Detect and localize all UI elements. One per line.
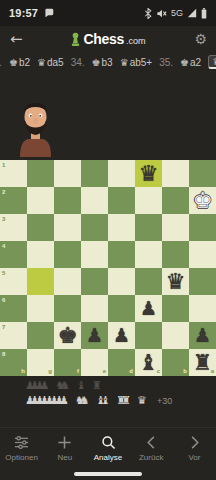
- black-pawn[interactable]: ♟: [135, 295, 162, 322]
- move[interactable]: ♚b2: [9, 57, 30, 68]
- rank-label: 4: [2, 243, 5, 249]
- square-f2[interactable]: [54, 187, 81, 214]
- chess-app: 19:57 5G ←: [0, 0, 216, 480]
- square-a7[interactable]: ♟: [189, 322, 216, 349]
- nav-item-vor[interactable]: Vor: [173, 428, 216, 468]
- captured-queen-stack: ♛: [137, 394, 147, 407]
- square-h2[interactable]: 2: [0, 187, 27, 214]
- square-e5[interactable]: [81, 268, 108, 295]
- square-a3[interactable]: [189, 214, 216, 241]
- square-c8[interactable]: ♝c: [135, 349, 162, 376]
- gear-icon[interactable]: ⚙: [194, 26, 207, 52]
- magnifier-icon: [101, 435, 116, 450]
- square-b3[interactable]: [162, 214, 189, 241]
- nav-item-neu[interactable]: Neu: [43, 428, 86, 468]
- square-a6[interactable]: [189, 295, 216, 322]
- square-c6[interactable]: ♟: [135, 295, 162, 322]
- captured-bishop-stack: ♝♝: [96, 394, 111, 407]
- square-g2[interactable]: [27, 187, 54, 214]
- captured-trays: ♟♟♟♟♞♞♝♜ ♟♟♟♟♟♟♟♟♞♞♝♝♜♜♛+30: [25, 379, 172, 407]
- square-c7[interactable]: [135, 322, 162, 349]
- nav-item-analyse[interactable]: Analyse: [86, 428, 129, 468]
- square-c1[interactable]: ♛: [135, 160, 162, 187]
- nav-item-optionen[interactable]: Optionen: [0, 428, 43, 468]
- rank-label: 8: [2, 351, 5, 357]
- square-e8[interactable]: e: [81, 349, 108, 376]
- square-b8[interactable]: b: [162, 349, 189, 376]
- bottom-nav: Optionen Neu Analyse Zurück Vor: [0, 427, 216, 468]
- rank-label: 5: [2, 270, 5, 276]
- mute-icon: [156, 8, 167, 19]
- rank-label: 2: [2, 189, 5, 195]
- logo-text-chess: Chess: [83, 31, 124, 47]
- square-d6[interactable]: [108, 295, 135, 322]
- square-d5[interactable]: [108, 268, 135, 295]
- file-label: b: [183, 368, 187, 374]
- square-h7[interactable]: 7: [0, 322, 27, 349]
- move[interactable]: ♚a2: [180, 57, 201, 68]
- file-label: a: [211, 368, 214, 374]
- white-king[interactable]: ♚: [189, 187, 216, 214]
- queen-icon: ♛: [37, 57, 46, 68]
- rank-label: 1: [2, 162, 5, 168]
- captured-by-black: ♟♟♟♟♟♟♟♟♞♞♝♝♜♜♛+30: [25, 394, 172, 407]
- clock-time: 19:57: [9, 7, 38, 19]
- square-b6[interactable]: [162, 295, 189, 322]
- bluetooth-icon: [144, 8, 152, 19]
- king-icon: ♚: [180, 57, 189, 68]
- nav-label: Vor: [188, 453, 200, 462]
- chevron-right-icon: [187, 435, 202, 450]
- black-queen[interactable]: ♛: [135, 160, 162, 187]
- square-e7[interactable]: ♟: [81, 322, 108, 349]
- king-icon: ♚: [9, 57, 18, 68]
- square-e4[interactable]: [81, 241, 108, 268]
- square-h8[interactable]: 8h: [0, 349, 27, 376]
- nav-label: Zurück: [139, 453, 163, 462]
- black-queen[interactable]: ♛: [162, 268, 189, 295]
- square-a8[interactable]: ♜a: [189, 349, 216, 376]
- move[interactable]: ♚b3: [92, 57, 113, 68]
- square-g5[interactable]: [27, 268, 54, 295]
- network-label: 5G: [171, 8, 183, 18]
- nav-label: Optionen: [5, 453, 37, 462]
- square-e2[interactable]: [81, 187, 108, 214]
- signal-icon: [187, 8, 197, 18]
- plus-icon: [57, 435, 72, 450]
- square-c3[interactable]: [135, 214, 162, 241]
- pawn-logo-icon: [70, 32, 81, 47]
- square-g4[interactable]: [27, 241, 54, 268]
- nav-label: Analyse: [94, 453, 122, 462]
- move[interactable]: ♛ab5+: [120, 57, 153, 68]
- black-pawn[interactable]: ♟: [81, 322, 108, 349]
- rank-label: 7: [2, 324, 5, 330]
- captured-pawn-stack: ♟♟♟♟: [25, 379, 49, 392]
- square-f6[interactable]: [54, 295, 81, 322]
- move-number: 33.: [0, 57, 2, 68]
- square-a2[interactable]: ♚: [189, 187, 216, 214]
- nav-label: Neu: [57, 453, 72, 462]
- app-header: ← Chess .com ⚙: [0, 26, 216, 52]
- square-g7[interactable]: [27, 322, 54, 349]
- black-pawn[interactable]: ♟: [189, 322, 216, 349]
- square-e6[interactable]: [81, 295, 108, 322]
- square-d1[interactable]: [108, 160, 135, 187]
- move-number: 34.: [71, 57, 85, 68]
- sliders-icon: [14, 435, 29, 450]
- square-h6[interactable]: 6: [0, 295, 27, 322]
- captured-bishop-stack: ♝: [76, 379, 86, 392]
- square-c5[interactable]: [135, 268, 162, 295]
- file-label: c: [157, 368, 160, 374]
- square-a4[interactable]: [189, 241, 216, 268]
- square-a1[interactable]: [189, 160, 216, 187]
- file-label: h: [21, 368, 25, 374]
- square-c2[interactable]: [135, 187, 162, 214]
- material-advantage: +30: [157, 396, 172, 407]
- square-h4[interactable]: 4: [0, 241, 27, 268]
- move-list: 33.♚b2♛da534.♚b3♛ab5+35.♚a2♛c1: [0, 52, 216, 72]
- square-d3[interactable]: [108, 214, 135, 241]
- nav-item-zurueck[interactable]: Zurück: [130, 428, 173, 468]
- square-c4[interactable]: [135, 241, 162, 268]
- square-f3[interactable]: [54, 214, 81, 241]
- move-current[interactable]: ♛c1: [208, 55, 216, 69]
- queen-icon: ♛: [212, 56, 216, 67]
- square-h5[interactable]: 5: [0, 268, 27, 295]
- square-g6[interactable]: [27, 295, 54, 322]
- square-b1[interactable]: [162, 160, 189, 187]
- square-d7[interactable]: ♟: [108, 322, 135, 349]
- chess-board: 1♛2♚345♛6♟7♚♟♟♟8hgfed♝cb♜a: [0, 160, 216, 376]
- square-h3[interactable]: 3: [0, 214, 27, 241]
- square-h1[interactable]: 1: [0, 160, 27, 187]
- king-icon: ♚: [92, 57, 101, 68]
- logo-text-com: .com: [126, 36, 146, 46]
- square-f5[interactable]: [54, 268, 81, 295]
- rank-label: 3: [2, 216, 5, 222]
- square-f1[interactable]: [54, 160, 81, 187]
- square-f7[interactable]: ♚: [54, 322, 81, 349]
- captured-knight-stack: ♞♞: [75, 394, 90, 407]
- square-e3[interactable]: [81, 214, 108, 241]
- square-f8[interactable]: f: [54, 349, 81, 376]
- captured-rook-stack: ♜: [92, 379, 102, 392]
- square-b2[interactable]: [162, 187, 189, 214]
- captured-by-white: ♟♟♟♟♞♞♝♜: [25, 379, 172, 392]
- gesture-pill[interactable]: [74, 472, 142, 476]
- chesscom-logo: Chess .com: [0, 26, 216, 52]
- captured-knight-stack: ♞♞: [55, 379, 70, 392]
- black-pawn[interactable]: ♟: [108, 322, 135, 349]
- file-label: e: [103, 368, 106, 374]
- black-king[interactable]: ♚: [54, 322, 81, 349]
- rank-label: 6: [2, 297, 5, 303]
- file-label: f: [77, 368, 79, 374]
- queen-icon: ♛: [120, 57, 129, 68]
- square-d2[interactable]: [108, 187, 135, 214]
- avatar[interactable]: [13, 100, 58, 157]
- square-g1[interactable]: [27, 160, 54, 187]
- square-b5[interactable]: ♛: [162, 268, 189, 295]
- status-bar: 19:57 5G: [0, 0, 216, 26]
- chevron-left-icon: [144, 435, 159, 450]
- square-b4[interactable]: [162, 241, 189, 268]
- move-number: 35.: [159, 57, 173, 68]
- captured-rook-stack: ♜♜: [116, 394, 131, 407]
- square-b7[interactable]: [162, 322, 189, 349]
- move[interactable]: ♛da5: [37, 57, 64, 68]
- battery-icon: [201, 8, 207, 19]
- square-a5[interactable]: [189, 268, 216, 295]
- square-g8[interactable]: g: [27, 349, 54, 376]
- captured-pawn-stack: ♟♟♟♟♟♟♟♟: [25, 394, 69, 407]
- file-label: g: [48, 368, 52, 374]
- square-g3[interactable]: [27, 214, 54, 241]
- square-d4[interactable]: [108, 241, 135, 268]
- square-d8[interactable]: d: [108, 349, 135, 376]
- square-f4[interactable]: [54, 241, 81, 268]
- file-label: d: [129, 368, 133, 374]
- chat-bubble-icon: [44, 8, 54, 18]
- square-e1[interactable]: [81, 160, 108, 187]
